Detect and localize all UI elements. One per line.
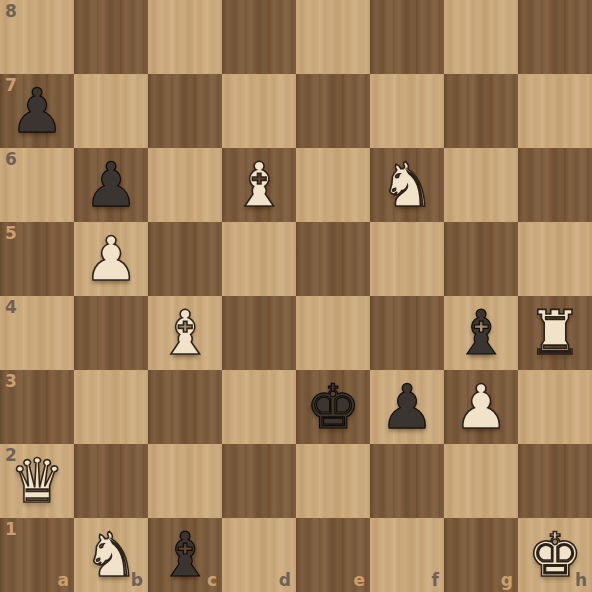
white-knight[interactable]: ♞ bbox=[380, 148, 435, 222]
square-d3[interactable] bbox=[222, 370, 296, 444]
square-f4[interactable] bbox=[370, 296, 444, 370]
square-h4[interactable]: ♜ bbox=[518, 296, 592, 370]
white-pawn[interactable]: ♟ bbox=[454, 370, 509, 444]
square-d1[interactable]: d bbox=[222, 518, 296, 592]
square-h6[interactable] bbox=[518, 148, 592, 222]
white-pawn[interactable]: ♟ bbox=[84, 222, 139, 296]
square-f8[interactable] bbox=[370, 0, 444, 74]
square-a6[interactable]: 6 bbox=[0, 148, 74, 222]
square-g3[interactable]: ♟ bbox=[444, 370, 518, 444]
square-e3[interactable]: ♚ bbox=[296, 370, 370, 444]
white-king[interactable]: ♚ bbox=[528, 518, 583, 592]
square-d7[interactable] bbox=[222, 74, 296, 148]
square-h5[interactable] bbox=[518, 222, 592, 296]
square-d4[interactable] bbox=[222, 296, 296, 370]
white-bishop[interactable]: ♝ bbox=[158, 296, 213, 370]
square-a7[interactable]: 7♟ bbox=[0, 74, 74, 148]
square-e7[interactable] bbox=[296, 74, 370, 148]
black-pawn[interactable]: ♟ bbox=[84, 148, 139, 222]
square-c1[interactable]: c♝ bbox=[148, 518, 222, 592]
square-f5[interactable] bbox=[370, 222, 444, 296]
square-g6[interactable] bbox=[444, 148, 518, 222]
square-b8[interactable] bbox=[74, 0, 148, 74]
file-label-d: d bbox=[279, 572, 291, 589]
square-a2[interactable]: 2♛ bbox=[0, 444, 74, 518]
square-f1[interactable]: f bbox=[370, 518, 444, 592]
square-c8[interactable] bbox=[148, 0, 222, 74]
file-label-g: g bbox=[501, 572, 513, 589]
chess-board: 87♟6♟♝♞5♟4♝♝♜3♚♟♟2♛1ab♞c♝defgh♚ bbox=[0, 0, 592, 592]
square-h8[interactable] bbox=[518, 0, 592, 74]
square-g4[interactable]: ♝ bbox=[444, 296, 518, 370]
white-rook[interactable]: ♜ bbox=[528, 296, 583, 370]
square-c4[interactable]: ♝ bbox=[148, 296, 222, 370]
rank-label-8: 8 bbox=[5, 3, 17, 20]
square-c6[interactable] bbox=[148, 148, 222, 222]
white-queen[interactable]: ♛ bbox=[10, 444, 65, 518]
file-label-f: f bbox=[432, 572, 439, 589]
square-h7[interactable] bbox=[518, 74, 592, 148]
square-a5[interactable]: 5 bbox=[0, 222, 74, 296]
square-b6[interactable]: ♟ bbox=[74, 148, 148, 222]
square-g7[interactable] bbox=[444, 74, 518, 148]
square-d6[interactable]: ♝ bbox=[222, 148, 296, 222]
square-c2[interactable] bbox=[148, 444, 222, 518]
rank-label-4: 4 bbox=[5, 299, 17, 316]
square-f6[interactable]: ♞ bbox=[370, 148, 444, 222]
square-g2[interactable] bbox=[444, 444, 518, 518]
square-h3[interactable] bbox=[518, 370, 592, 444]
rank-label-5: 5 bbox=[5, 225, 17, 242]
black-pawn[interactable]: ♟ bbox=[380, 370, 435, 444]
square-c3[interactable] bbox=[148, 370, 222, 444]
black-bishop[interactable]: ♝ bbox=[454, 296, 509, 370]
square-e8[interactable] bbox=[296, 0, 370, 74]
square-b7[interactable] bbox=[74, 74, 148, 148]
square-c7[interactable] bbox=[148, 74, 222, 148]
square-e6[interactable] bbox=[296, 148, 370, 222]
square-g8[interactable] bbox=[444, 0, 518, 74]
file-label-a: a bbox=[58, 572, 69, 589]
file-label-e: e bbox=[353, 572, 365, 589]
square-b1[interactable]: b♞ bbox=[74, 518, 148, 592]
rank-label-1: 1 bbox=[5, 521, 17, 538]
white-knight[interactable]: ♞ bbox=[84, 518, 139, 592]
square-b2[interactable] bbox=[74, 444, 148, 518]
square-e4[interactable] bbox=[296, 296, 370, 370]
black-bishop[interactable]: ♝ bbox=[158, 518, 213, 592]
square-h1[interactable]: h♚ bbox=[518, 518, 592, 592]
square-g5[interactable] bbox=[444, 222, 518, 296]
square-f2[interactable] bbox=[370, 444, 444, 518]
black-king[interactable]: ♚ bbox=[306, 370, 361, 444]
black-pawn[interactable]: ♟ bbox=[10, 74, 65, 148]
square-b5[interactable]: ♟ bbox=[74, 222, 148, 296]
square-d8[interactable] bbox=[222, 0, 296, 74]
square-g1[interactable]: g bbox=[444, 518, 518, 592]
rank-label-6: 6 bbox=[5, 151, 17, 168]
square-f3[interactable]: ♟ bbox=[370, 370, 444, 444]
square-a1[interactable]: 1a bbox=[0, 518, 74, 592]
square-c5[interactable] bbox=[148, 222, 222, 296]
square-b3[interactable] bbox=[74, 370, 148, 444]
square-d5[interactable] bbox=[222, 222, 296, 296]
square-a4[interactable]: 4 bbox=[0, 296, 74, 370]
square-e2[interactable] bbox=[296, 444, 370, 518]
rank-label-3: 3 bbox=[5, 373, 17, 390]
white-bishop[interactable]: ♝ bbox=[232, 148, 287, 222]
square-e5[interactable] bbox=[296, 222, 370, 296]
square-h2[interactable] bbox=[518, 444, 592, 518]
square-f7[interactable] bbox=[370, 74, 444, 148]
square-b4[interactable] bbox=[74, 296, 148, 370]
square-d2[interactable] bbox=[222, 444, 296, 518]
square-e1[interactable]: e bbox=[296, 518, 370, 592]
square-a3[interactable]: 3 bbox=[0, 370, 74, 444]
square-a8[interactable]: 8 bbox=[0, 0, 74, 74]
